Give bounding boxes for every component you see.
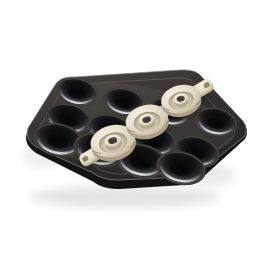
muffin-pan-product-photo: Product photo: dark non-stick 12-cup min… [0, 0, 270, 270]
product-photo-canvas: Product photo: dark non-stick 12-cup min… [0, 0, 270, 270]
